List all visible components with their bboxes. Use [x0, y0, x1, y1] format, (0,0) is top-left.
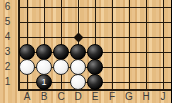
- grid-line-vertical: [146, 0, 147, 90]
- column-label: A: [19, 91, 36, 103]
- column-label: C: [53, 91, 70, 103]
- column-label: H: [138, 91, 155, 103]
- stone-black[interactable]: 1: [36, 74, 52, 90]
- column-label: F: [104, 91, 121, 103]
- board-edge-left: [18, 0, 20, 91]
- column-label: E: [87, 91, 104, 103]
- column-label: J: [155, 91, 172, 103]
- grid-line-horizontal: [19, 7, 171, 8]
- stone-black[interactable]: [53, 44, 69, 60]
- row-label: 3: [1, 46, 14, 58]
- stone-black[interactable]: [36, 44, 52, 60]
- row-label: 1: [1, 76, 14, 88]
- grid-line-horizontal: [19, 22, 171, 23]
- stone-white[interactable]: [70, 59, 86, 75]
- stone-white[interactable]: [36, 59, 52, 75]
- row-label: 4: [1, 31, 14, 43]
- grid-line-horizontal: [19, 37, 171, 38]
- column-label: D: [70, 91, 87, 103]
- stone-white[interactable]: [53, 59, 69, 75]
- column-label: G: [121, 91, 138, 103]
- stone-black[interactable]: [70, 44, 86, 60]
- stone-black[interactable]: [19, 44, 35, 60]
- row-label: 2: [1, 61, 14, 73]
- stone-white[interactable]: [19, 59, 35, 75]
- row-label: 6: [1, 1, 14, 13]
- column-label: B: [36, 91, 53, 103]
- stone-black[interactable]: [87, 74, 103, 90]
- stone-white[interactable]: [70, 74, 86, 90]
- grid-line-vertical: [129, 0, 130, 90]
- row-label: 5: [1, 16, 14, 28]
- go-board[interactable]: ABCDEFGHJ1234561: [0, 0, 171, 103]
- grid-line-vertical: [112, 0, 113, 90]
- grid-line-vertical: [163, 0, 164, 90]
- stone-black[interactable]: [87, 59, 103, 75]
- move-number-label: 1: [41, 78, 46, 87]
- stone-black[interactable]: [87, 44, 103, 60]
- star-point: [73, 32, 83, 42]
